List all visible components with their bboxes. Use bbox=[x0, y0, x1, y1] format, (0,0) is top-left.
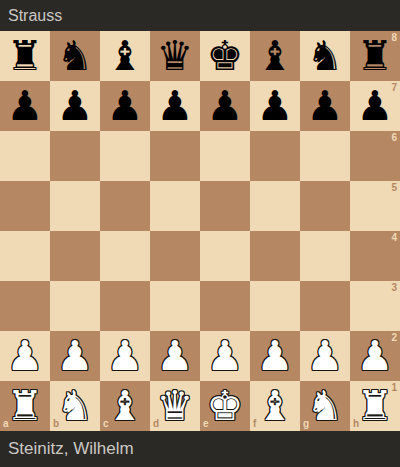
piece-black-bishop: ♝ bbox=[100, 31, 150, 81]
coord-rank-3: 3 bbox=[391, 283, 397, 293]
piece-black-king: ♚ bbox=[200, 31, 250, 81]
square-h5[interactable]: 5 bbox=[350, 181, 400, 231]
square-a7[interactable]: ♟ bbox=[0, 81, 50, 131]
square-g2[interactable]: ♟ bbox=[300, 331, 350, 381]
square-h3[interactable]: 3 bbox=[350, 281, 400, 331]
piece-white-pawn: ♟ bbox=[100, 331, 150, 381]
square-h4[interactable]: 4 bbox=[350, 231, 400, 281]
piece-white-rook: ♜ bbox=[350, 381, 400, 431]
square-a5[interactable] bbox=[0, 181, 50, 231]
coord-rank-2: 2 bbox=[391, 333, 397, 343]
square-g6[interactable] bbox=[300, 131, 350, 181]
square-b4[interactable] bbox=[50, 231, 100, 281]
square-h6[interactable]: 6 bbox=[350, 131, 400, 181]
piece-black-pawn: ♟ bbox=[150, 81, 200, 131]
square-f2[interactable]: ♟ bbox=[250, 331, 300, 381]
square-a2[interactable]: ♟ bbox=[0, 331, 50, 381]
square-e6[interactable] bbox=[200, 131, 250, 181]
piece-white-pawn: ♟ bbox=[50, 331, 100, 381]
piece-black-knight: ♞ bbox=[300, 31, 350, 81]
coord-file-h: h bbox=[353, 419, 359, 429]
piece-black-pawn: ♟ bbox=[100, 81, 150, 131]
square-h1[interactable]: ♜1h bbox=[350, 381, 400, 431]
square-d6[interactable] bbox=[150, 131, 200, 181]
piece-black-pawn: ♟ bbox=[200, 81, 250, 131]
piece-black-rook: ♜ bbox=[0, 31, 50, 81]
square-f1[interactable]: ♝f bbox=[250, 381, 300, 431]
piece-black-rook: ♜ bbox=[350, 31, 400, 81]
bottom-player-bar: Steinitz, Wilhelm bbox=[0, 431, 400, 467]
piece-white-rook: ♜ bbox=[0, 381, 50, 431]
square-f3[interactable] bbox=[250, 281, 300, 331]
square-c5[interactable] bbox=[100, 181, 150, 231]
piece-white-pawn: ♟ bbox=[150, 331, 200, 381]
square-b5[interactable] bbox=[50, 181, 100, 231]
square-g4[interactable] bbox=[300, 231, 350, 281]
piece-white-knight: ♞ bbox=[50, 381, 100, 431]
square-a6[interactable] bbox=[0, 131, 50, 181]
square-a1[interactable]: ♜a bbox=[0, 381, 50, 431]
square-c4[interactable] bbox=[100, 231, 150, 281]
coord-rank-7: 7 bbox=[391, 83, 397, 93]
square-g1[interactable]: ♞g bbox=[300, 381, 350, 431]
coord-rank-6: 6 bbox=[391, 133, 397, 143]
chess-board: ♜♞♝♛♚♝♞♜8♟♟♟♟♟♟♟♟76543♟♟♟♟♟♟♟♟2♜a♞b♝c♛d♚… bbox=[0, 31, 400, 431]
piece-white-bishop: ♝ bbox=[100, 381, 150, 431]
square-e4[interactable] bbox=[200, 231, 250, 281]
coord-rank-8: 8 bbox=[391, 33, 397, 43]
square-d8[interactable]: ♛ bbox=[150, 31, 200, 81]
square-f7[interactable]: ♟ bbox=[250, 81, 300, 131]
piece-black-pawn: ♟ bbox=[250, 81, 300, 131]
piece-white-bishop: ♝ bbox=[250, 381, 300, 431]
piece-black-pawn: ♟ bbox=[0, 81, 50, 131]
square-c2[interactable]: ♟ bbox=[100, 331, 150, 381]
square-c7[interactable]: ♟ bbox=[100, 81, 150, 131]
coord-file-d: d bbox=[153, 419, 159, 429]
square-f8[interactable]: ♝ bbox=[250, 31, 300, 81]
piece-white-pawn: ♟ bbox=[200, 331, 250, 381]
square-g7[interactable]: ♟ bbox=[300, 81, 350, 131]
square-f5[interactable] bbox=[250, 181, 300, 231]
square-c3[interactable] bbox=[100, 281, 150, 331]
coord-rank-5: 5 bbox=[391, 183, 397, 193]
square-b3[interactable] bbox=[50, 281, 100, 331]
square-e5[interactable] bbox=[200, 181, 250, 231]
piece-black-queen: ♛ bbox=[150, 31, 200, 81]
square-g8[interactable]: ♞ bbox=[300, 31, 350, 81]
square-h2[interactable]: ♟2 bbox=[350, 331, 400, 381]
square-a4[interactable] bbox=[0, 231, 50, 281]
coord-file-c: c bbox=[103, 419, 109, 429]
coord-file-f: f bbox=[253, 419, 256, 429]
piece-white-pawn: ♟ bbox=[300, 331, 350, 381]
square-h7[interactable]: ♟7 bbox=[350, 81, 400, 131]
square-e3[interactable] bbox=[200, 281, 250, 331]
piece-black-knight: ♞ bbox=[50, 31, 100, 81]
piece-white-queen: ♛ bbox=[150, 381, 200, 431]
square-d1[interactable]: ♛d bbox=[150, 381, 200, 431]
square-a8[interactable]: ♜ bbox=[0, 31, 50, 81]
square-c8[interactable]: ♝ bbox=[100, 31, 150, 81]
piece-white-pawn: ♟ bbox=[0, 331, 50, 381]
square-d2[interactable]: ♟ bbox=[150, 331, 200, 381]
square-g5[interactable] bbox=[300, 181, 350, 231]
piece-white-pawn: ♟ bbox=[350, 331, 400, 381]
piece-white-knight: ♞ bbox=[300, 381, 350, 431]
bottom-player-name: Steinitz, Wilhelm bbox=[8, 439, 134, 459]
square-d5[interactable] bbox=[150, 181, 200, 231]
coord-file-a: a bbox=[3, 419, 9, 429]
square-e1[interactable]: ♚e bbox=[200, 381, 250, 431]
square-b6[interactable] bbox=[50, 131, 100, 181]
coord-file-e: e bbox=[203, 419, 209, 429]
square-c1[interactable]: ♝c bbox=[100, 381, 150, 431]
coord-file-g: g bbox=[303, 419, 309, 429]
square-a3[interactable] bbox=[0, 281, 50, 331]
square-d7[interactable]: ♟ bbox=[150, 81, 200, 131]
square-b2[interactable]: ♟ bbox=[50, 331, 100, 381]
piece-black-pawn: ♟ bbox=[300, 81, 350, 131]
square-e8[interactable]: ♚ bbox=[200, 31, 250, 81]
square-b7[interactable]: ♟ bbox=[50, 81, 100, 131]
square-g3[interactable] bbox=[300, 281, 350, 331]
top-player-bar: Strauss bbox=[0, 0, 400, 31]
piece-black-pawn: ♟ bbox=[50, 81, 100, 131]
square-e2[interactable]: ♟ bbox=[200, 331, 250, 381]
coord-rank-4: 4 bbox=[391, 233, 397, 243]
square-d4[interactable] bbox=[150, 231, 200, 281]
piece-black-bishop: ♝ bbox=[250, 31, 300, 81]
square-h8[interactable]: ♜8 bbox=[350, 31, 400, 81]
square-f6[interactable] bbox=[250, 131, 300, 181]
piece-white-king: ♚ bbox=[200, 381, 250, 431]
square-f4[interactable] bbox=[250, 231, 300, 281]
chess-app: Strauss ♜♞♝♛♚♝♞♜8♟♟♟♟♟♟♟♟76543♟♟♟♟♟♟♟♟2♜… bbox=[0, 0, 400, 467]
top-player-name: Strauss bbox=[8, 7, 62, 25]
square-e7[interactable]: ♟ bbox=[200, 81, 250, 131]
coord-file-b: b bbox=[53, 419, 59, 429]
coord-rank-1: 1 bbox=[391, 383, 397, 393]
piece-white-pawn: ♟ bbox=[250, 331, 300, 381]
square-c6[interactable] bbox=[100, 131, 150, 181]
square-d3[interactable] bbox=[150, 281, 200, 331]
piece-black-pawn: ♟ bbox=[350, 81, 400, 131]
square-b1[interactable]: ♞b bbox=[50, 381, 100, 431]
square-b8[interactable]: ♞ bbox=[50, 31, 100, 81]
